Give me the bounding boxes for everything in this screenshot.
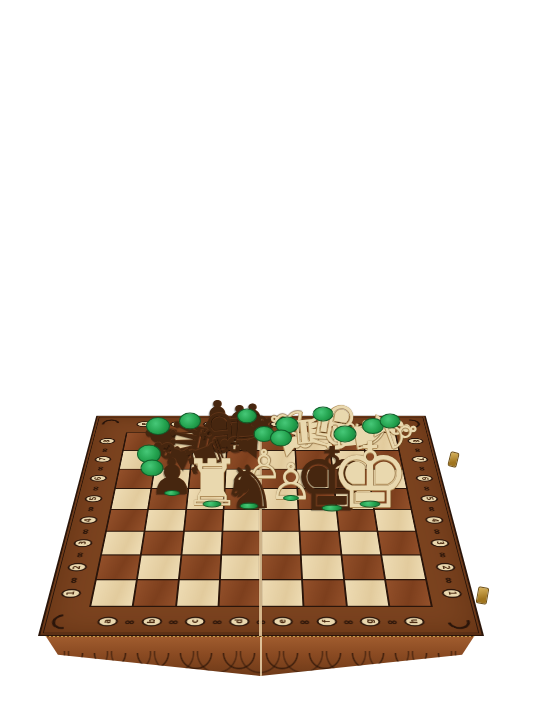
square-f2[interactable]	[302, 555, 343, 579]
square-e3[interactable]	[262, 532, 300, 554]
scroll-ornament: ∞	[441, 577, 455, 583]
scroll-ornament: ∞	[212, 617, 223, 625]
corner-swirl-ornament	[98, 418, 122, 430]
green-felt-base	[322, 505, 343, 512]
rank-label-right-6: 6	[415, 475, 434, 482]
green-felt-base	[380, 414, 401, 429]
square-h1[interactable]	[386, 580, 431, 605]
square-h2[interactable]	[382, 555, 425, 579]
rank-label-left-7: 7	[93, 456, 111, 462]
square-c1[interactable]	[177, 580, 219, 605]
square-f3[interactable]	[301, 532, 340, 554]
green-felt-base	[334, 426, 357, 443]
square-b4[interactable]	[146, 510, 185, 531]
scroll-ornament: ∞	[299, 617, 310, 625]
scroll-ornament: ∞	[420, 486, 432, 491]
rank-label-left-2: 2	[66, 563, 87, 571]
file-label-a: a	[97, 616, 119, 626]
green-felt-base	[270, 430, 292, 447]
scroll-ornament: ∞	[84, 507, 96, 512]
green-felt-base	[313, 407, 334, 422]
square-g1[interactable]	[345, 580, 388, 605]
green-felt-base	[179, 413, 201, 430]
file-label-e: e	[272, 616, 293, 626]
file-label-f: f	[316, 616, 337, 626]
square-b1[interactable]	[134, 580, 177, 605]
scroll-ornament: ∞	[343, 617, 355, 625]
green-felt-base	[146, 417, 170, 435]
file-label-h: h	[403, 616, 425, 626]
file-label-b: b	[141, 616, 163, 626]
scroll-ornament: ∞	[79, 529, 92, 535]
file-label-d: d	[229, 616, 250, 626]
scroll-ornament: ∞	[90, 486, 102, 491]
scroll-ornament: ∞	[386, 617, 398, 625]
square-g2[interactable]	[342, 555, 384, 579]
scroll-ornament: ∞	[67, 577, 81, 583]
scroll-ornament: ∞	[95, 466, 107, 471]
file-label-c: c	[185, 616, 206, 626]
green-felt-base	[283, 495, 299, 501]
square-g3[interactable]	[339, 532, 380, 554]
corner-swirl-ornament	[443, 611, 474, 632]
square-f1[interactable]	[303, 580, 345, 605]
square-a5[interactable]	[112, 489, 151, 509]
scroll-ornament: ∞	[73, 552, 86, 558]
green-felt-base	[237, 409, 257, 424]
rank-label-right-4: 4	[424, 516, 444, 523]
square-d1[interactable]	[219, 580, 260, 605]
rank-label-left-8: 8	[98, 438, 116, 444]
chess-set-photo: aa88bb77cc66dd55ee44ff33gg22hh11∞∞∞∞∞∞∞∞…	[0, 175, 540, 545]
scroll-ornament: ∞	[430, 529, 443, 535]
brass-clasp-icon	[476, 586, 490, 605]
corner-swirl-ornament	[47, 611, 79, 632]
rank-label-left-1: 1	[60, 589, 82, 598]
square-d3[interactable]	[222, 532, 260, 554]
rank-label-left-3: 3	[72, 539, 93, 547]
rank-label-right-1: 1	[440, 589, 462, 598]
green-felt-base	[141, 460, 164, 477]
square-a2[interactable]	[97, 555, 140, 579]
green-felt-base	[203, 501, 222, 508]
scroll-ornament: ∞	[124, 617, 136, 625]
square-b3[interactable]	[142, 532, 183, 554]
green-felt-base	[360, 501, 381, 508]
square-a3[interactable]	[102, 532, 144, 554]
front-face-seam	[260, 637, 262, 676]
square-b2[interactable]	[138, 555, 180, 579]
green-felt-base	[240, 503, 259, 510]
rank-label-left-4: 4	[78, 516, 98, 523]
scroll-ornament: ∞	[99, 448, 110, 452]
square-c3[interactable]	[182, 532, 221, 554]
rank-label-left-6: 6	[89, 475, 108, 482]
scroll-ornament: ∞	[168, 617, 180, 625]
file-label-g: g	[359, 616, 381, 626]
square-a4[interactable]	[107, 510, 147, 531]
rank-label-right-5: 5	[419, 495, 438, 502]
square-h3[interactable]	[378, 532, 420, 554]
brass-clasp-icon	[447, 451, 459, 468]
scroll-ornament: ∞	[425, 507, 437, 512]
rank-label-left-5: 5	[84, 495, 103, 502]
scroll-ornament: ∞	[416, 466, 428, 471]
rank-label-right-7: 7	[410, 456, 428, 462]
square-e1[interactable]	[262, 580, 303, 605]
board-front-face	[45, 635, 475, 676]
square-c2[interactable]	[179, 555, 220, 579]
square-e2[interactable]	[262, 555, 301, 579]
rank-label-right-3: 3	[429, 539, 450, 547]
green-felt-base	[164, 490, 180, 496]
square-a1[interactable]	[91, 580, 136, 605]
rank-label-right-2: 2	[435, 563, 456, 571]
square-d2[interactable]	[221, 555, 260, 579]
scroll-ornament: ∞	[436, 552, 449, 558]
